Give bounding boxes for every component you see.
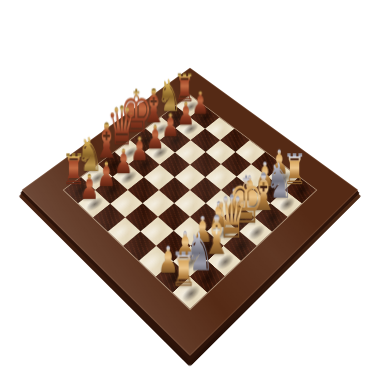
board-frame: ♜♞♝♛♚♝♞♜♟♟♟♟♟♟♟♟♟♟♟♟♟♟♟♟♜♞♝♛♚♝♞♜ xyxy=(22,68,359,356)
piece-black-pawn: ♟ xyxy=(114,145,133,179)
piece-black-pawn: ♟ xyxy=(162,109,180,141)
piece-black-pawn: ♟ xyxy=(131,132,149,165)
square-a7: ♟ xyxy=(78,190,110,217)
piece-black-pawn: ♟ xyxy=(147,121,165,154)
piece-black-pawn: ♟ xyxy=(80,170,99,205)
product-photo-scene: ♜♞♝♛♚♝♞♜♟♟♟♟♟♟♟♟♟♟♟♟♟♟♟♟♜♞♝♛♚♝♞♜ xyxy=(0,0,380,380)
piece-black-pawn: ♟ xyxy=(97,157,116,191)
chess-board: ♜♞♝♛♚♝♞♜♟♟♟♟♟♟♟♟♟♟♟♟♟♟♟♟♜♞♝♛♚♝♞♜ xyxy=(22,68,359,356)
piece-black-pawn: ♟ xyxy=(177,98,195,130)
square-e6 xyxy=(159,152,190,177)
piece-white-rook: ♜ xyxy=(171,247,197,294)
